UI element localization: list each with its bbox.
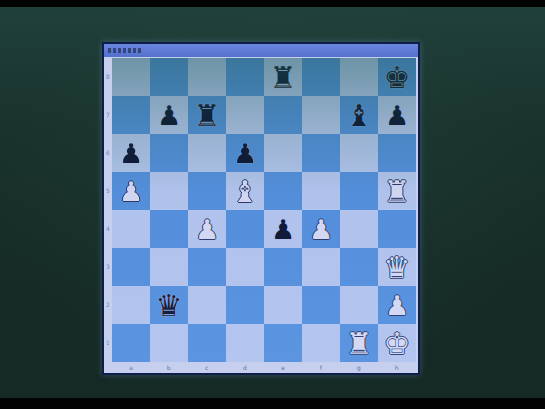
square-e1[interactable] [264,324,302,362]
rank-label: 1 [104,324,112,362]
window-titlebar [104,44,418,57]
square-e7[interactable] [264,96,302,134]
rank-label: 2 [104,286,112,324]
square-d2[interactable] [226,286,264,324]
file-label: e [264,363,302,373]
square-h7[interactable]: ♟ [378,96,416,134]
square-c2[interactable] [188,286,226,324]
square-a2[interactable] [112,286,150,324]
square-d8[interactable] [226,58,264,96]
square-a8[interactable] [112,58,150,96]
piece-white-pawn: ♟ [378,286,416,324]
square-c6[interactable] [188,134,226,172]
square-d5[interactable]: ♝ [226,172,264,210]
rank-label: 5 [104,172,112,210]
file-label: a [112,363,150,373]
square-b4[interactable] [150,210,188,248]
piece-white-rook: ♜ [340,324,378,362]
square-g3[interactable] [340,248,378,286]
piece-white-pawn: ♟ [188,210,226,248]
file-label: h [378,363,416,373]
square-c8[interactable] [188,58,226,96]
square-f4[interactable]: ♟ [302,210,340,248]
piece-black-rook: ♜ [264,58,302,96]
rank-labels: 87654321 [104,58,112,362]
square-b1[interactable] [150,324,188,362]
square-c5[interactable] [188,172,226,210]
file-label: d [226,363,264,373]
square-g8[interactable] [340,58,378,96]
letterbox-bar-top [0,0,545,7]
square-g4[interactable] [340,210,378,248]
square-e4[interactable]: ♟ [264,210,302,248]
video-frame: 87654321 ♜♚♟♜♝♟♟♟♟♝♜♟♟♟♛♛♟♜♚ abcdefgh [0,0,545,409]
square-a5[interactable]: ♟ [112,172,150,210]
rank-label: 3 [104,248,112,286]
rank-label: 6 [104,134,112,172]
square-b2[interactable]: ♛ [150,286,188,324]
letterbox-bar-bottom [0,398,545,409]
square-d7[interactable] [226,96,264,134]
square-e6[interactable] [264,134,302,172]
square-f5[interactable] [302,172,340,210]
square-c4[interactable]: ♟ [188,210,226,248]
square-g5[interactable] [340,172,378,210]
square-h4[interactable] [378,210,416,248]
square-f8[interactable] [302,58,340,96]
chess-app-window: 87654321 ♜♚♟♜♝♟♟♟♟♝♜♟♟♟♛♛♟♜♚ abcdefgh [102,42,420,375]
file-labels: abcdefgh [112,363,416,373]
square-b6[interactable] [150,134,188,172]
rank-label: 4 [104,210,112,248]
rank-label: 7 [104,96,112,134]
square-d3[interactable] [226,248,264,286]
piece-black-pawn: ♟ [264,210,302,248]
square-h3[interactable]: ♛ [378,248,416,286]
square-h5[interactable]: ♜ [378,172,416,210]
square-e8[interactable]: ♜ [264,58,302,96]
rank-label: 8 [104,58,112,96]
square-b8[interactable] [150,58,188,96]
piece-black-king: ♚ [378,58,416,96]
square-d4[interactable] [226,210,264,248]
file-label: g [340,363,378,373]
square-a3[interactable] [112,248,150,286]
piece-white-queen: ♛ [378,248,416,286]
square-f2[interactable] [302,286,340,324]
piece-black-bishop: ♝ [340,96,378,134]
file-label: b [150,363,188,373]
square-f1[interactable] [302,324,340,362]
square-a6[interactable]: ♟ [112,134,150,172]
square-h8[interactable]: ♚ [378,58,416,96]
piece-black-pawn: ♟ [378,96,416,134]
piece-white-king: ♚ [378,324,416,362]
square-c7[interactable]: ♜ [188,96,226,134]
square-g2[interactable] [340,286,378,324]
square-a1[interactable] [112,324,150,362]
square-c3[interactable] [188,248,226,286]
square-a4[interactable] [112,210,150,248]
square-h6[interactable] [378,134,416,172]
piece-black-pawn: ♟ [112,134,150,172]
square-g7[interactable]: ♝ [340,96,378,134]
square-b7[interactable]: ♟ [150,96,188,134]
square-f6[interactable] [302,134,340,172]
titlebar-text [108,48,142,53]
square-e5[interactable] [264,172,302,210]
chess-board: ♜♚♟♜♝♟♟♟♟♝♜♟♟♟♛♛♟♜♚ [112,58,416,362]
square-e3[interactable] [264,248,302,286]
square-h2[interactable]: ♟ [378,286,416,324]
piece-black-pawn: ♟ [150,96,188,134]
piece-white-pawn: ♟ [112,172,150,210]
square-g6[interactable] [340,134,378,172]
file-label: f [302,363,340,373]
chess-app-content: 87654321 ♜♚♟♜♝♟♟♟♟♝♜♟♟♟♛♛♟♜♚ abcdefgh [104,57,418,373]
square-c1[interactable] [188,324,226,362]
square-a7[interactable] [112,96,150,134]
piece-black-pawn: ♟ [226,134,264,172]
square-f3[interactable] [302,248,340,286]
piece-white-rook: ♜ [378,172,416,210]
square-b3[interactable] [150,248,188,286]
square-b5[interactable] [150,172,188,210]
piece-black-rook: ♜ [188,96,226,134]
piece-white-pawn: ♟ [302,210,340,248]
piece-white-bishop: ♝ [226,172,264,210]
file-label: c [188,363,226,373]
piece-black-queen: ♛ [150,286,188,324]
square-e2[interactable] [264,286,302,324]
square-d1[interactable] [226,324,264,362]
square-f7[interactable] [302,96,340,134]
square-g1[interactable]: ♜ [340,324,378,362]
square-h1[interactable]: ♚ [378,324,416,362]
square-d6[interactable]: ♟ [226,134,264,172]
